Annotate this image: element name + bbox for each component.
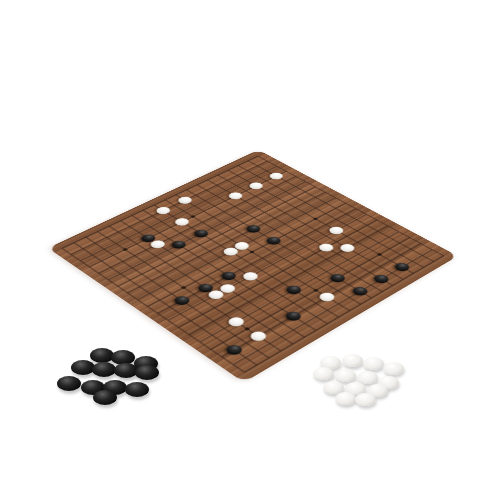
go-board <box>48 150 458 383</box>
white-pile-stone <box>363 357 384 370</box>
black-pile-stone <box>57 376 81 391</box>
white-pile-stone <box>335 369 356 382</box>
white-pile-stone <box>313 367 334 380</box>
black-pile-stone <box>92 362 116 377</box>
white-pile-stone <box>355 393 376 406</box>
black-pile-stone <box>125 382 149 397</box>
white-pile-stone <box>383 362 404 375</box>
white-pile-stone <box>335 392 356 405</box>
black-pile-stone <box>93 390 117 405</box>
white-pile-stone <box>342 354 363 367</box>
black-pile-stone <box>135 365 159 380</box>
